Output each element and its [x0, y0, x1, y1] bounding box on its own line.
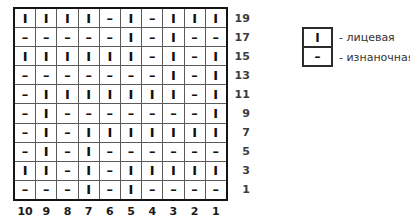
chart-cell-r5-c8: –: [57, 143, 77, 161]
chart-cell-r7-c2: I: [185, 124, 205, 142]
chart-cell-r3-c10: I: [15, 162, 35, 180]
chart-cell-r9-c7: –: [79, 104, 99, 122]
chart-cell-r15-c10: I: [15, 47, 35, 65]
row-label-17: 17: [235, 28, 250, 46]
chart-cell-r3-c2: I: [185, 162, 205, 180]
chart-cell-r3-c3: I: [163, 162, 183, 180]
chart-cell-r7-c4: I: [142, 124, 162, 142]
col-label-3: 3: [163, 205, 183, 218]
row-label-7: 7: [235, 124, 250, 142]
board-row: IIII–I–III–––––I–I––IIIIII–I–I–––––––I–I…: [13, 7, 250, 201]
chart-cell-r3-c1: I: [206, 162, 226, 180]
chart-cell-r1-c10: –: [15, 181, 35, 199]
chart-cell-r5-c5: –: [121, 143, 141, 161]
chart-cell-r15-c9: I: [36, 47, 56, 65]
chart-cell-r5-c6: –: [100, 143, 120, 161]
chart-cell-r1-c5: I: [121, 181, 141, 199]
chart-cell-r13-c1: I: [206, 66, 226, 84]
chart-cell-r11-c4: I: [142, 85, 162, 103]
chart-cell-r17-c2: –: [185, 28, 205, 46]
column-number-labels: 10987654321: [13, 205, 250, 218]
chart-cell-r19-c9: I: [36, 9, 56, 27]
legend-item-knit: I- лицевая: [302, 27, 410, 48]
row-label-1: 1: [235, 181, 250, 199]
row-label-13: 13: [235, 66, 250, 84]
chart-cell-r9-c9: I: [36, 104, 56, 122]
chart-cell-r7-c3: I: [163, 124, 183, 142]
chart-cell-r15-c6: I: [100, 47, 120, 65]
chart-cell-r11-c9: I: [36, 85, 56, 103]
col-label-9: 9: [36, 205, 56, 218]
chart-cell-r11-c10: –: [15, 85, 35, 103]
chart-cell-r1-c1: –: [206, 181, 226, 199]
chart-cell-r15-c4: –: [142, 47, 162, 65]
col-label-1: 1: [206, 205, 226, 218]
chart-cell-r17-c10: –: [15, 28, 35, 46]
chart-cell-r5-c3: –: [163, 143, 183, 161]
chart-cell-r19-c6: –: [100, 9, 120, 27]
chart-cell-r5-c1: –: [206, 143, 226, 161]
chart-cell-r19-c1: I: [206, 9, 226, 27]
chart-cell-r1-c7: I: [79, 181, 99, 199]
chart-cell-r11-c7: I: [79, 85, 99, 103]
row-label-11: 11: [235, 85, 250, 103]
chart-cell-r11-c3: I: [163, 85, 183, 103]
chart-cell-r13-c9: –: [36, 66, 56, 84]
chart-cell-r19-c3: I: [163, 9, 183, 27]
chart-cell-r1-c4: –: [142, 181, 162, 199]
chart-cell-r7-c6: I: [100, 124, 120, 142]
chart-cell-r3-c7: I: [79, 162, 99, 180]
chart-cell-r1-c8: –: [57, 181, 77, 199]
chart-cell-r17-c4: –: [142, 28, 162, 46]
chart-cell-r11-c5: I: [121, 85, 141, 103]
col-label-7: 7: [79, 205, 99, 218]
chart-cell-r9-c2: –: [185, 104, 205, 122]
chart-cell-r7-c7: I: [79, 124, 99, 142]
row-number-labels: 191715131197531: [235, 7, 250, 201]
chart-cell-r19-c4: –: [142, 9, 162, 27]
col-label-5: 5: [121, 205, 141, 218]
chart-cell-r13-c4: –: [142, 66, 162, 84]
chart-cell-r1-c2: –: [185, 181, 205, 199]
chart-cell-r13-c3: I: [163, 66, 183, 84]
row-label-5: 5: [235, 143, 250, 161]
chart-cell-r9-c5: –: [121, 104, 141, 122]
chart-cell-r19-c5: I: [121, 9, 141, 27]
chart-cell-r17-c3: I: [163, 28, 183, 46]
chart-cell-r11-c8: I: [57, 85, 77, 103]
chart-cell-r13-c5: –: [121, 66, 141, 84]
chart-cell-r7-c5: I: [121, 124, 141, 142]
chart-cell-r15-c1: I: [206, 47, 226, 65]
chart-cell-r9-c8: –: [57, 104, 77, 122]
chart-cell-r15-c3: I: [163, 47, 183, 65]
chart-cell-r5-c2: –: [185, 143, 205, 161]
chart-cell-r1-c9: –: [36, 181, 56, 199]
chart-cell-r5-c7: I: [79, 143, 99, 161]
chart-cell-r3-c5: I: [121, 162, 141, 180]
col-label-2: 2: [185, 205, 205, 218]
chart-cell-r13-c8: –: [57, 66, 77, 84]
chart-cell-r17-c1: –: [206, 28, 226, 46]
chart-cell-r7-c1: I: [206, 124, 226, 142]
chart-cell-r19-c2: I: [185, 9, 205, 27]
chart-cell-r3-c9: I: [36, 162, 56, 180]
chart-cell-r17-c7: –: [79, 28, 99, 46]
chart-cell-r7-c10: –: [15, 124, 35, 142]
chart-cell-r17-c6: –: [100, 28, 120, 46]
col-label-8: 8: [57, 205, 77, 218]
chart-cell-r9-c10: –: [15, 104, 35, 122]
row-label-19: 19: [235, 9, 250, 27]
chart-cell-r9-c6: –: [100, 104, 120, 122]
chart-cell-r19-c10: I: [15, 9, 35, 27]
chart-cell-r17-c5: I: [121, 28, 141, 46]
knit-symbol-box: I: [302, 27, 333, 48]
legend-label: - лицевая: [339, 31, 395, 44]
knitting-chart: IIII–I–III–––––I–I––IIIIII–I–I–––––––I–I…: [13, 7, 250, 218]
chart-cell-r17-c8: –: [57, 28, 77, 46]
col-label-10: 10: [15, 205, 35, 218]
chart-cell-r9-c1: I: [206, 104, 226, 122]
row-label-15: 15: [235, 47, 250, 65]
chart-cell-r13-c10: –: [15, 66, 35, 84]
chart-cell-r5-c9: I: [36, 143, 56, 161]
row-label-9: 9: [235, 104, 250, 122]
chart-cell-r15-c7: I: [79, 47, 99, 65]
chart-cell-r1-c6: –: [100, 181, 120, 199]
chart-cell-r15-c8: I: [57, 47, 77, 65]
legend-item-purl: –- изнаночная: [302, 48, 410, 67]
chart-cell-r7-c8: –: [57, 124, 77, 142]
chart-cell-r3-c8: –: [57, 162, 77, 180]
chart-cell-r11-c1: I: [206, 85, 226, 103]
chart-cell-r11-c2: –: [185, 85, 205, 103]
chart-cell-r3-c6: –: [100, 162, 120, 180]
chart-cell-r19-c7: I: [79, 9, 99, 27]
chart-cell-r1-c3: –: [163, 181, 183, 199]
col-label-4: 4: [142, 205, 162, 218]
chart-cell-r9-c3: –: [163, 104, 183, 122]
chart-cell-r19-c8: I: [57, 9, 77, 27]
chart-cell-r3-c4: I: [142, 162, 162, 180]
chart-cell-r11-c6: I: [100, 85, 120, 103]
chart-cell-r9-c4: –: [142, 104, 162, 122]
chart-cell-r17-c9: –: [36, 28, 56, 46]
chart-cell-r15-c5: I: [121, 47, 141, 65]
col-label-6: 6: [100, 205, 120, 218]
purl-symbol-box: –: [302, 46, 333, 67]
chart-cell-r5-c4: –: [142, 143, 162, 161]
chart-cell-r5-c10: –: [15, 143, 35, 161]
knitting-chart-page: IIII–I–III–––––I–I––IIIIII–I–I–––––––I–I…: [0, 0, 410, 221]
chart-cell-r15-c2: –: [185, 47, 205, 65]
legend-label: - изнаночная: [339, 51, 410, 64]
chart-cell-r13-c6: –: [100, 66, 120, 84]
chart-cell-r13-c7: –: [79, 66, 99, 84]
chart-grid: IIII–I–III–––––I–I––IIIIII–I–I–––––––I–I…: [13, 7, 228, 201]
row-label-3: 3: [235, 162, 250, 180]
legend: I- лицевая–- изнаночная: [302, 27, 410, 67]
chart-cell-r7-c9: I: [36, 124, 56, 142]
chart-cell-r13-c2: –: [185, 66, 205, 84]
